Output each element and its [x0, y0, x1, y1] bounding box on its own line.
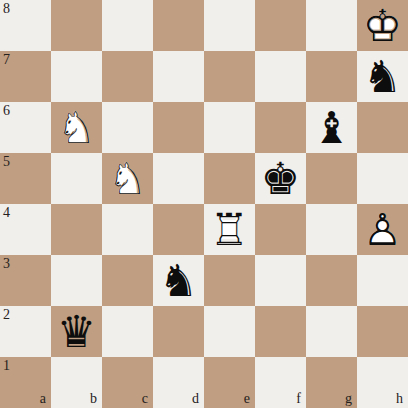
square-d6[interactable] [153, 102, 204, 153]
white-knight-outline: ♘ [102, 153, 153, 204]
square-g6[interactable]: ♝ [306, 102, 357, 153]
square-e5[interactable] [204, 153, 255, 204]
square-e2[interactable] [204, 306, 255, 357]
square-a6[interactable]: 6 [0, 102, 51, 153]
square-h3[interactable] [357, 255, 408, 306]
rank-label-4: 4 [3, 206, 10, 220]
square-a7[interactable]: 7 [0, 51, 51, 102]
square-b7[interactable] [51, 51, 102, 102]
square-d3[interactable]: ♞ [153, 255, 204, 306]
white-pawn-outline: ♙ [357, 204, 408, 255]
chess-board: 8♚♔7♞6♞♘♝5♞♘♚4♜♖♟♙3♞2♛1abcdefgh [0, 0, 408, 408]
square-f1[interactable]: f [255, 357, 306, 408]
piece-black-queen[interactable]: ♛ [51, 306, 102, 357]
square-g1[interactable]: g [306, 357, 357, 408]
piece-white-king[interactable]: ♚♔ [357, 0, 408, 51]
square-b5[interactable] [51, 153, 102, 204]
square-d4[interactable] [153, 204, 204, 255]
square-h6[interactable] [357, 102, 408, 153]
square-e4[interactable]: ♜♖ [204, 204, 255, 255]
square-f2[interactable] [255, 306, 306, 357]
square-e3[interactable] [204, 255, 255, 306]
square-d1[interactable]: d [153, 357, 204, 408]
rank-label-8: 8 [3, 2, 10, 16]
piece-black-knight[interactable]: ♞ [357, 51, 408, 102]
square-f5[interactable]: ♚ [255, 153, 306, 204]
black-knight-glyph: ♞ [153, 255, 204, 306]
white-knight-outline: ♘ [51, 102, 102, 153]
square-g2[interactable] [306, 306, 357, 357]
file-label-g: g [345, 392, 352, 406]
square-f6[interactable] [255, 102, 306, 153]
rank-label-5: 5 [3, 155, 10, 169]
square-b2[interactable]: ♛ [51, 306, 102, 357]
square-c4[interactable] [102, 204, 153, 255]
square-f8[interactable] [255, 0, 306, 51]
square-c1[interactable]: c [102, 357, 153, 408]
piece-black-bishop[interactable]: ♝ [306, 102, 357, 153]
square-h4[interactable]: ♟♙ [357, 204, 408, 255]
square-h2[interactable] [357, 306, 408, 357]
rank-label-2: 2 [3, 308, 10, 322]
black-queen-glyph: ♛ [51, 306, 102, 357]
file-label-a: a [40, 392, 46, 406]
square-a1[interactable]: 1a [0, 357, 51, 408]
square-b4[interactable] [51, 204, 102, 255]
square-h7[interactable]: ♞ [357, 51, 408, 102]
rank-label-6: 6 [3, 104, 10, 118]
square-e8[interactable] [204, 0, 255, 51]
square-f4[interactable] [255, 204, 306, 255]
square-g3[interactable] [306, 255, 357, 306]
square-a8[interactable]: 8 [0, 0, 51, 51]
rank-label-7: 7 [3, 53, 10, 67]
square-b6[interactable]: ♞♘ [51, 102, 102, 153]
square-h1[interactable]: h [357, 357, 408, 408]
piece-black-knight[interactable]: ♞ [153, 255, 204, 306]
square-c8[interactable] [102, 0, 153, 51]
square-f3[interactable] [255, 255, 306, 306]
square-a5[interactable]: 5 [0, 153, 51, 204]
square-b1[interactable]: b [51, 357, 102, 408]
square-f7[interactable] [255, 51, 306, 102]
square-d2[interactable] [153, 306, 204, 357]
file-label-c: c [142, 392, 148, 406]
square-g8[interactable] [306, 0, 357, 51]
piece-black-king[interactable]: ♚ [255, 153, 306, 204]
square-c7[interactable] [102, 51, 153, 102]
square-a3[interactable]: 3 [0, 255, 51, 306]
square-a4[interactable]: 4 [0, 204, 51, 255]
square-c2[interactable] [102, 306, 153, 357]
square-b8[interactable] [51, 0, 102, 51]
piece-white-rook[interactable]: ♜♖ [204, 204, 255, 255]
white-rook-outline: ♖ [204, 204, 255, 255]
square-c3[interactable] [102, 255, 153, 306]
file-label-b: b [90, 392, 97, 406]
square-d8[interactable] [153, 0, 204, 51]
square-g7[interactable] [306, 51, 357, 102]
square-e6[interactable] [204, 102, 255, 153]
square-d7[interactable] [153, 51, 204, 102]
square-e1[interactable]: e [204, 357, 255, 408]
piece-white-knight[interactable]: ♞♘ [102, 153, 153, 204]
square-e7[interactable] [204, 51, 255, 102]
square-d5[interactable] [153, 153, 204, 204]
file-label-d: d [192, 392, 199, 406]
file-label-e: e [244, 392, 250, 406]
black-king-glyph: ♚ [255, 153, 306, 204]
black-knight-glyph: ♞ [357, 51, 408, 102]
black-bishop-glyph: ♝ [306, 102, 357, 153]
square-h5[interactable] [357, 153, 408, 204]
square-g4[interactable] [306, 204, 357, 255]
square-a2[interactable]: 2 [0, 306, 51, 357]
square-c6[interactable] [102, 102, 153, 153]
white-king-outline: ♔ [357, 0, 408, 51]
file-label-f: f [296, 392, 301, 406]
rank-label-1: 1 [3, 359, 10, 373]
square-b3[interactable] [51, 255, 102, 306]
file-label-h: h [396, 392, 403, 406]
square-g5[interactable] [306, 153, 357, 204]
rank-label-3: 3 [3, 257, 10, 271]
square-h8[interactable]: ♚♔ [357, 0, 408, 51]
square-c5[interactable]: ♞♘ [102, 153, 153, 204]
piece-white-pawn[interactable]: ♟♙ [357, 204, 408, 255]
piece-white-knight[interactable]: ♞♘ [51, 102, 102, 153]
